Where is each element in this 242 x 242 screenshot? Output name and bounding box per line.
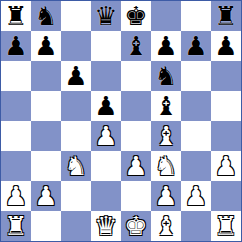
square-d7[interactable] [91, 31, 121, 61]
square-c4[interactable] [61, 121, 91, 151]
square-e8[interactable]: ♚ [121, 1, 151, 31]
square-c2[interactable] [61, 181, 91, 211]
square-h7[interactable]: ♟ [211, 31, 241, 61]
black-knight-b8[interactable]: ♞ [34, 1, 57, 31]
white-pawn-f2[interactable]: ♟ [154, 181, 177, 211]
square-c6[interactable]: ♟ [61, 61, 91, 91]
square-a2[interactable]: ♟ [1, 181, 31, 211]
square-a1[interactable]: ♜ [1, 211, 31, 241]
square-g3[interactable] [181, 151, 211, 181]
square-e1[interactable]: ♚ [121, 211, 151, 241]
white-pawn-d4[interactable]: ♟ [94, 121, 117, 151]
black-rook-a8[interactable]: ♜ [4, 1, 27, 31]
square-a7[interactable]: ♟ [1, 31, 31, 61]
square-f7[interactable]: ♟ [151, 31, 181, 61]
square-b1[interactable] [31, 211, 61, 241]
square-c7[interactable] [61, 31, 91, 61]
square-f4[interactable]: ♝ [151, 121, 181, 151]
square-a4[interactable] [1, 121, 31, 151]
square-d8[interactable]: ♛ [91, 1, 121, 31]
square-c5[interactable] [61, 91, 91, 121]
square-e4[interactable] [121, 121, 151, 151]
black-pawn-f7[interactable]: ♟ [154, 31, 177, 61]
black-bishop-f5[interactable]: ♝ [154, 91, 177, 121]
square-b4[interactable] [31, 121, 61, 151]
white-pawn-g2[interactable]: ♟ [184, 181, 207, 211]
square-e6[interactable] [121, 61, 151, 91]
square-h6[interactable] [211, 61, 241, 91]
square-f8[interactable] [151, 1, 181, 31]
square-e2[interactable] [121, 181, 151, 211]
white-bishop-f4[interactable]: ♝ [154, 121, 177, 151]
square-f5[interactable]: ♝ [151, 91, 181, 121]
white-pawn-a2[interactable]: ♟ [4, 181, 27, 211]
square-a5[interactable] [1, 91, 31, 121]
square-f6[interactable]: ♞ [151, 61, 181, 91]
black-king-e8[interactable]: ♚ [124, 1, 147, 31]
white-pawn-h3[interactable]: ♟ [214, 151, 237, 181]
white-rook-h1[interactable]: ♜ [214, 211, 237, 241]
white-knight-c3[interactable]: ♞ [64, 151, 87, 181]
square-h4[interactable] [211, 121, 241, 151]
square-e5[interactable] [121, 91, 151, 121]
square-f3[interactable]: ♞ [151, 151, 181, 181]
black-pawn-h7[interactable]: ♟ [214, 31, 237, 61]
square-f2[interactable]: ♟ [151, 181, 181, 211]
square-a8[interactable]: ♜ [1, 1, 31, 31]
square-g2[interactable]: ♟ [181, 181, 211, 211]
square-h3[interactable]: ♟ [211, 151, 241, 181]
square-c3[interactable]: ♞ [61, 151, 91, 181]
square-b6[interactable] [31, 61, 61, 91]
square-b5[interactable] [31, 91, 61, 121]
square-e3[interactable]: ♟ [121, 151, 151, 181]
square-b2[interactable]: ♟ [31, 181, 61, 211]
square-d4[interactable]: ♟ [91, 121, 121, 151]
square-d6[interactable] [91, 61, 121, 91]
black-queen-d8[interactable]: ♛ [94, 1, 117, 31]
square-h1[interactable]: ♜ [211, 211, 241, 241]
white-pawn-b2[interactable]: ♟ [34, 181, 57, 211]
black-bishop-e7[interactable]: ♝ [124, 31, 147, 61]
square-a3[interactable] [1, 151, 31, 181]
square-d1[interactable]: ♛ [91, 211, 121, 241]
square-g6[interactable] [181, 61, 211, 91]
square-d2[interactable] [91, 181, 121, 211]
black-pawn-d5[interactable]: ♟ [94, 91, 117, 121]
square-b7[interactable]: ♟ [31, 31, 61, 61]
square-g8[interactable] [181, 1, 211, 31]
white-knight-f3[interactable]: ♞ [154, 151, 177, 181]
square-e7[interactable]: ♝ [121, 31, 151, 61]
square-h5[interactable] [211, 91, 241, 121]
white-queen-d1[interactable]: ♛ [94, 211, 117, 241]
white-bishop-f1[interactable]: ♝ [154, 211, 177, 241]
square-d3[interactable] [91, 151, 121, 181]
square-h2[interactable] [211, 181, 241, 211]
square-g4[interactable] [181, 121, 211, 151]
square-c1[interactable] [61, 211, 91, 241]
white-king-e1[interactable]: ♚ [124, 211, 147, 241]
square-c8[interactable] [61, 1, 91, 31]
black-knight-f6[interactable]: ♞ [154, 61, 177, 91]
black-pawn-g7[interactable]: ♟ [184, 31, 207, 61]
square-f1[interactable]: ♝ [151, 211, 181, 241]
square-g5[interactable] [181, 91, 211, 121]
square-d5[interactable]: ♟ [91, 91, 121, 121]
chess-board: ♜♞♛♚♜♟♟♝♟♟♟♟♞♟♝♟♝♞♟♞♟♟♟♟♟♜♛♚♝♜ [0, 0, 242, 242]
square-h8[interactable]: ♜ [211, 1, 241, 31]
white-pawn-e3[interactable]: ♟ [124, 151, 147, 181]
black-pawn-b7[interactable]: ♟ [34, 31, 57, 61]
square-b8[interactable]: ♞ [31, 1, 61, 31]
square-g1[interactable] [181, 211, 211, 241]
black-pawn-c6[interactable]: ♟ [64, 61, 87, 91]
square-g7[interactable]: ♟ [181, 31, 211, 61]
black-pawn-a7[interactable]: ♟ [4, 31, 27, 61]
square-b3[interactable] [31, 151, 61, 181]
black-rook-h8[interactable]: ♜ [214, 1, 237, 31]
square-a6[interactable] [1, 61, 31, 91]
white-rook-a1[interactable]: ♜ [4, 211, 27, 241]
